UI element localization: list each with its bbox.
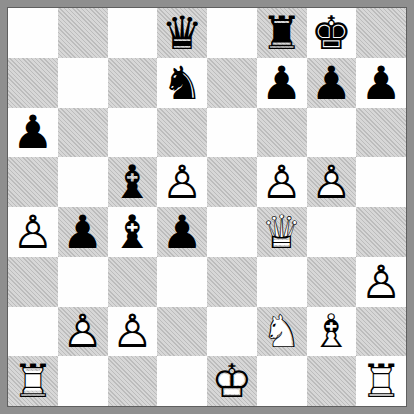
piece-white-rook-a1[interactable]: ♜♖ <box>8 356 58 406</box>
square-c8[interactable] <box>108 8 158 58</box>
square-f4[interactable]: ♛♕ <box>257 207 307 257</box>
white-piece-outline: ♕ <box>257 207 307 257</box>
square-g1[interactable] <box>307 356 357 406</box>
square-e3[interactable] <box>207 257 257 307</box>
white-piece-outline: ♔ <box>207 356 257 406</box>
square-e1[interactable]: ♚♔ <box>207 356 257 406</box>
black-piece-glyph: ♟ <box>257 58 307 108</box>
piece-black-pawn-f7[interactable]: ♟ <box>257 58 307 108</box>
square-c3[interactable] <box>108 257 158 307</box>
square-c1[interactable] <box>108 356 158 406</box>
square-a8[interactable] <box>8 8 58 58</box>
square-g3[interactable] <box>307 257 357 307</box>
square-e8[interactable] <box>207 8 257 58</box>
square-c2[interactable]: ♟♙ <box>108 307 158 357</box>
square-a2[interactable] <box>8 307 58 357</box>
square-h8[interactable] <box>356 8 406 58</box>
square-a1[interactable]: ♜♖ <box>8 356 58 406</box>
square-b6[interactable] <box>58 108 108 158</box>
piece-white-pawn-f5[interactable]: ♟♙ <box>257 157 307 207</box>
square-c4[interactable]: ♝ <box>108 207 158 257</box>
square-e5[interactable] <box>207 157 257 207</box>
white-piece-outline: ♙ <box>157 157 207 207</box>
black-piece-glyph: ♟ <box>157 207 207 257</box>
square-d1[interactable] <box>157 356 207 406</box>
square-g4[interactable] <box>307 207 357 257</box>
piece-black-bishop-c4[interactable]: ♝ <box>108 207 158 257</box>
piece-white-pawn-h3[interactable]: ♟♙ <box>356 257 406 307</box>
square-g2[interactable]: ♝♗ <box>307 307 357 357</box>
piece-black-pawn-d4[interactable]: ♟ <box>157 207 207 257</box>
white-piece-outline: ♙ <box>108 307 158 357</box>
square-c6[interactable] <box>108 108 158 158</box>
square-f1[interactable] <box>257 356 307 406</box>
piece-black-pawn-h7[interactable]: ♟ <box>356 58 406 108</box>
piece-black-pawn-b4[interactable]: ♟ <box>58 207 108 257</box>
square-g5[interactable]: ♟♙ <box>307 157 357 207</box>
square-d7[interactable]: ♞ <box>157 58 207 108</box>
square-f2[interactable]: ♞♘ <box>257 307 307 357</box>
black-piece-glyph: ♚ <box>307 8 357 58</box>
square-h1[interactable]: ♜♖ <box>356 356 406 406</box>
black-piece-glyph: ♜ <box>257 8 307 58</box>
black-piece-glyph: ♞ <box>157 58 207 108</box>
square-f8[interactable]: ♜ <box>257 8 307 58</box>
piece-white-pawn-g5[interactable]: ♟♙ <box>307 157 357 207</box>
piece-white-knight-f2[interactable]: ♞♘ <box>257 307 307 357</box>
piece-white-queen-f4[interactable]: ♛♕ <box>257 207 307 257</box>
piece-black-rook-f8[interactable]: ♜ <box>257 8 307 58</box>
square-c7[interactable] <box>108 58 158 108</box>
square-b5[interactable] <box>58 157 108 207</box>
chess-board: ♛♜♚♞♟♟♟♟♝♟♙♟♙♟♙♟♙♟♝♟♛♕♟♙♟♙♟♙♞♘♝♗♜♖♚♔♜♖ <box>7 7 407 407</box>
black-piece-glyph: ♟ <box>58 207 108 257</box>
square-g8[interactable]: ♚ <box>307 8 357 58</box>
white-piece-outline: ♙ <box>307 157 357 207</box>
white-piece-outline: ♙ <box>257 157 307 207</box>
black-piece-glyph: ♝ <box>108 157 158 207</box>
square-d4[interactable]: ♟ <box>157 207 207 257</box>
square-b2[interactable]: ♟♙ <box>58 307 108 357</box>
square-f6[interactable] <box>257 108 307 158</box>
square-d2[interactable] <box>157 307 207 357</box>
white-piece-outline: ♖ <box>8 356 58 406</box>
square-a4[interactable]: ♟♙ <box>8 207 58 257</box>
square-d5[interactable]: ♟♙ <box>157 157 207 207</box>
piece-white-pawn-c2[interactable]: ♟♙ <box>108 307 158 357</box>
square-h3[interactable]: ♟♙ <box>356 257 406 307</box>
square-e4[interactable] <box>207 207 257 257</box>
white-piece-outline: ♙ <box>8 207 58 257</box>
chess-board-frame: ♛♜♚♞♟♟♟♟♝♟♙♟♙♟♙♟♙♟♝♟♛♕♟♙♟♙♟♙♞♘♝♗♜♖♚♔♜♖ <box>0 0 414 414</box>
square-a6[interactable]: ♟ <box>8 108 58 158</box>
square-f7[interactable]: ♟ <box>257 58 307 108</box>
black-piece-glyph: ♝ <box>108 207 158 257</box>
piece-black-pawn-a6[interactable]: ♟ <box>8 108 58 158</box>
piece-black-king-g8[interactable]: ♚ <box>307 8 357 58</box>
black-piece-glyph: ♟ <box>8 108 58 158</box>
piece-black-knight-d7[interactable]: ♞ <box>157 58 207 108</box>
piece-white-rook-h1[interactable]: ♜♖ <box>356 356 406 406</box>
square-h2[interactable] <box>356 307 406 357</box>
square-a5[interactable] <box>8 157 58 207</box>
piece-black-pawn-g7[interactable]: ♟ <box>307 58 357 108</box>
white-piece-outline: ♖ <box>356 356 406 406</box>
piece-white-pawn-d5[interactable]: ♟♙ <box>157 157 207 207</box>
square-b7[interactable] <box>58 58 108 108</box>
piece-white-king-e1[interactable]: ♚♔ <box>207 356 257 406</box>
square-e7[interactable] <box>207 58 257 108</box>
black-piece-glyph: ♟ <box>356 58 406 108</box>
square-b8[interactable] <box>58 8 108 58</box>
white-piece-outline: ♗ <box>307 307 357 357</box>
square-f5[interactable]: ♟♙ <box>257 157 307 207</box>
square-b4[interactable]: ♟ <box>58 207 108 257</box>
white-piece-outline: ♙ <box>356 257 406 307</box>
square-f3[interactable] <box>257 257 307 307</box>
black-piece-glyph: ♟ <box>307 58 357 108</box>
square-h7[interactable]: ♟ <box>356 58 406 108</box>
piece-black-bishop-c5[interactable]: ♝ <box>108 157 158 207</box>
square-e2[interactable] <box>207 307 257 357</box>
square-c5[interactable]: ♝ <box>108 157 158 207</box>
white-piece-outline: ♘ <box>257 307 307 357</box>
square-e6[interactable] <box>207 108 257 158</box>
black-piece-glyph: ♛ <box>157 8 207 58</box>
square-a7[interactable] <box>8 58 58 108</box>
square-b3[interactable] <box>58 257 108 307</box>
white-piece-outline: ♙ <box>58 307 108 357</box>
piece-black-queen-d8[interactable]: ♛ <box>157 8 207 58</box>
square-h4[interactable] <box>356 207 406 257</box>
piece-white-bishop-g2[interactable]: ♝♗ <box>307 307 357 357</box>
piece-white-pawn-a4[interactable]: ♟♙ <box>8 207 58 257</box>
square-d8[interactable]: ♛ <box>157 8 207 58</box>
square-h6[interactable] <box>356 108 406 158</box>
piece-white-pawn-b2[interactable]: ♟♙ <box>58 307 108 357</box>
square-d3[interactable] <box>157 257 207 307</box>
square-b1[interactable] <box>58 356 108 406</box>
square-h5[interactable] <box>356 157 406 207</box>
square-a3[interactable] <box>8 257 58 307</box>
square-g7[interactable]: ♟ <box>307 58 357 108</box>
square-g6[interactable] <box>307 108 357 158</box>
square-d6[interactable] <box>157 108 207 158</box>
